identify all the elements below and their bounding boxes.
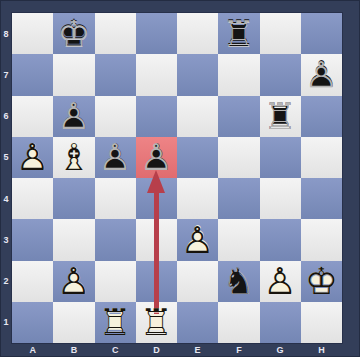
white-rook-d1[interactable]: ♜♖: [136, 302, 177, 343]
rank-label-7: 7: [0, 54, 12, 95]
rook-outline-icon: ♖: [222, 15, 255, 52]
square-f5[interactable]: [218, 137, 259, 178]
square-d7[interactable]: [136, 54, 177, 95]
rook-outline-icon: ♖: [140, 304, 173, 341]
square-c1[interactable]: ♜♖: [95, 302, 136, 343]
square-e5[interactable]: [177, 137, 218, 178]
pawn-outline-icon: ♙: [305, 56, 338, 93]
square-c3[interactable]: [95, 219, 136, 260]
square-b1[interactable]: [53, 302, 94, 343]
square-d3[interactable]: [136, 219, 177, 260]
square-g6[interactable]: ♜♖: [260, 96, 301, 137]
square-e1[interactable]: [177, 302, 218, 343]
knight-outline-icon: ♘: [222, 263, 255, 300]
black-king-b8[interactable]: ♚♔: [53, 13, 94, 54]
square-f7[interactable]: [218, 54, 259, 95]
king-outline-icon: ♔: [57, 15, 90, 52]
black-pawn-b6[interactable]: ♟♙: [53, 96, 94, 137]
rank-labels: 87654321: [0, 13, 12, 343]
rook-outline-icon: ♖: [99, 304, 132, 341]
file-label-h: H: [301, 343, 342, 357]
white-pawn-b2[interactable]: ♟♙: [53, 261, 94, 302]
square-f3[interactable]: [218, 219, 259, 260]
square-f2[interactable]: ♞♘: [218, 261, 259, 302]
file-label-d: D: [136, 343, 177, 357]
square-e4[interactable]: [177, 178, 218, 219]
square-a5[interactable]: ♟♙: [12, 137, 53, 178]
file-label-b: B: [53, 343, 94, 357]
square-d6[interactable]: [136, 96, 177, 137]
pawn-outline-icon: ♙: [99, 139, 132, 176]
square-b5[interactable]: ♝♗: [53, 137, 94, 178]
square-b3[interactable]: [53, 219, 94, 260]
square-g5[interactable]: [260, 137, 301, 178]
square-b2[interactable]: ♟♙: [53, 261, 94, 302]
square-h4[interactable]: [301, 178, 342, 219]
square-d1[interactable]: ♜♖: [136, 302, 177, 343]
file-label-c: C: [95, 343, 136, 357]
square-h6[interactable]: [301, 96, 342, 137]
bishop-outline-icon: ♗: [57, 139, 90, 176]
square-e2[interactable]: [177, 261, 218, 302]
file-labels: ABCDEFGH: [12, 343, 342, 357]
square-e3[interactable]: ♟♙: [177, 219, 218, 260]
pawn-outline-icon: ♙: [264, 263, 297, 300]
rank-label-8: 8: [0, 13, 12, 54]
square-d2[interactable]: [136, 261, 177, 302]
black-rook-g6[interactable]: ♜♖: [260, 96, 301, 137]
black-knight-f2[interactable]: ♞♘: [218, 261, 259, 302]
square-b7[interactable]: [53, 54, 94, 95]
square-d8[interactable]: [136, 13, 177, 54]
rank-label-5: 5: [0, 137, 12, 178]
square-d5-highlighted[interactable]: ♟♙: [136, 137, 177, 178]
chess-board: ♚♔♜♖♟♙♟♙♜♖♟♙♝♗♟♙♟♙♟♙♟♙♞♘♟♙♚♔♜♖♜♖: [12, 13, 342, 343]
square-h7[interactable]: ♟♙: [301, 54, 342, 95]
square-c6[interactable]: [95, 96, 136, 137]
square-a2[interactable]: [12, 261, 53, 302]
square-f6[interactable]: [218, 96, 259, 137]
square-b4[interactable]: [53, 178, 94, 219]
square-e8[interactable]: [177, 13, 218, 54]
square-e6[interactable]: [177, 96, 218, 137]
file-label-f: F: [218, 343, 259, 357]
file-label-a: A: [12, 343, 53, 357]
black-rook-f8[interactable]: ♜♖: [218, 13, 259, 54]
rook-outline-icon: ♖: [264, 98, 297, 135]
square-b6[interactable]: ♟♙: [53, 96, 94, 137]
square-a4[interactable]: [12, 178, 53, 219]
black-pawn-d5[interactable]: ♟♙: [136, 137, 177, 178]
square-a1[interactable]: [12, 302, 53, 343]
white-pawn-e3[interactable]: ♟♙: [177, 219, 218, 260]
file-label-e: E: [177, 343, 218, 357]
king-outline-icon: ♔: [305, 263, 338, 300]
square-c2[interactable]: [95, 261, 136, 302]
pawn-outline-icon: ♙: [140, 139, 173, 176]
chess-board-frame: ♚♔♜♖♟♙♟♙♜♖♟♙♝♗♟♙♟♙♟♙♟♙♞♘♟♙♚♔♜♖♜♖ 8765432…: [0, 0, 360, 357]
square-f1[interactable]: [218, 302, 259, 343]
square-c5[interactable]: ♟♙: [95, 137, 136, 178]
square-g1[interactable]: [260, 302, 301, 343]
square-g4[interactable]: [260, 178, 301, 219]
square-c7[interactable]: [95, 54, 136, 95]
white-pawn-g2[interactable]: ♟♙: [260, 261, 301, 302]
black-pawn-c5[interactable]: ♟♙: [95, 137, 136, 178]
rank-label-6: 6: [0, 96, 12, 137]
square-g8[interactable]: [260, 13, 301, 54]
square-f8[interactable]: ♜♖: [218, 13, 259, 54]
square-c8[interactable]: [95, 13, 136, 54]
file-label-g: G: [260, 343, 301, 357]
white-rook-c1[interactable]: ♜♖: [95, 302, 136, 343]
rank-label-4: 4: [0, 178, 12, 219]
pawn-outline-icon: ♙: [16, 139, 49, 176]
square-f4[interactable]: [218, 178, 259, 219]
square-b8[interactable]: ♚♔: [53, 13, 94, 54]
white-bishop-b5[interactable]: ♝♗: [53, 137, 94, 178]
square-a3[interactable]: [12, 219, 53, 260]
black-pawn-h7[interactable]: ♟♙: [301, 54, 342, 95]
square-g3[interactable]: [260, 219, 301, 260]
square-g2[interactable]: ♟♙: [260, 261, 301, 302]
square-a8[interactable]: [12, 13, 53, 54]
square-a6[interactable]: [12, 96, 53, 137]
square-h5[interactable]: [301, 137, 342, 178]
rank-label-2: 2: [0, 261, 12, 302]
pawn-outline-icon: ♙: [181, 221, 214, 258]
pawn-outline-icon: ♙: [57, 98, 90, 135]
pawn-outline-icon: ♙: [57, 263, 90, 300]
rank-label-3: 3: [0, 219, 12, 260]
square-h8[interactable]: [301, 13, 342, 54]
square-h1[interactable]: [301, 302, 342, 343]
square-h3[interactable]: [301, 219, 342, 260]
square-h2[interactable]: ♚♔: [301, 261, 342, 302]
square-g7[interactable]: [260, 54, 301, 95]
white-pawn-a5[interactable]: ♟♙: [12, 137, 53, 178]
rank-label-1: 1: [0, 302, 12, 343]
square-c4[interactable]: [95, 178, 136, 219]
square-e7[interactable]: [177, 54, 218, 95]
square-a7[interactable]: [12, 54, 53, 95]
white-king-h2[interactable]: ♚♔: [301, 261, 342, 302]
square-d4[interactable]: [136, 178, 177, 219]
